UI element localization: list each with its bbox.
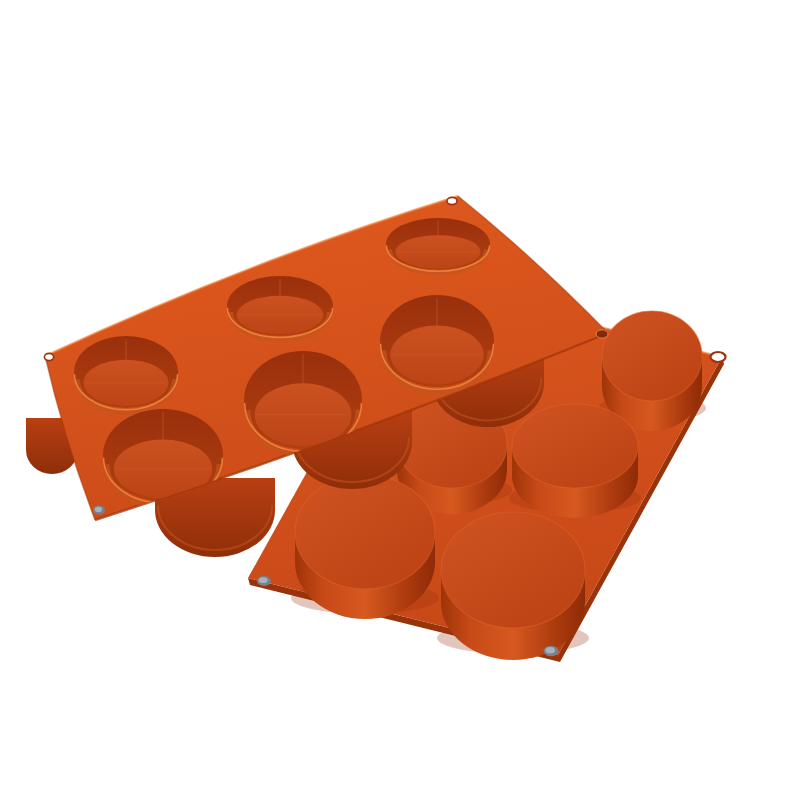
corner-eyelet-bottom-left bbox=[93, 505, 105, 514]
bump-back-right bbox=[602, 311, 702, 431]
bump-front-center bbox=[441, 512, 585, 660]
scene bbox=[0, 0, 800, 800]
bump-front-left bbox=[295, 475, 435, 619]
product-photo-silicone-molds bbox=[0, 0, 800, 800]
bump-top bbox=[441, 512, 585, 628]
bump-middle-right bbox=[512, 404, 638, 518]
cavity-far-center bbox=[227, 276, 333, 340]
corner-hole-right bbox=[596, 330, 608, 338]
bump-top bbox=[295, 475, 435, 589]
corner-hole-right bbox=[711, 352, 726, 362]
cavity-far-right bbox=[386, 218, 490, 273]
corner-hole-top bbox=[447, 197, 457, 204]
corner-eyelet-bottom bbox=[544, 646, 559, 656]
corner-hole-left bbox=[44, 353, 53, 360]
cavity-far-left bbox=[74, 336, 178, 412]
cavity-near-right bbox=[380, 295, 494, 393]
corner-eyelet-left bbox=[257, 576, 271, 586]
